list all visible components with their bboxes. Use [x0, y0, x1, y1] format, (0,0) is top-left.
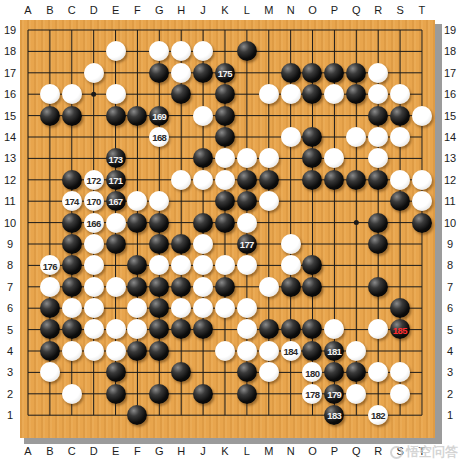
column-label-bottom: P — [331, 445, 338, 457]
black-stone — [346, 170, 366, 190]
intersection — [345, 297, 367, 318]
white-stone — [106, 277, 126, 297]
intersection — [148, 212, 170, 233]
intersection — [39, 126, 61, 147]
intersection: 182 — [367, 404, 389, 425]
move-number-label: 184 — [283, 347, 297, 357]
intersection — [39, 319, 61, 340]
white-stone — [215, 170, 235, 190]
intersection — [301, 404, 323, 425]
intersection — [258, 41, 280, 62]
column-label-bottom: A — [24, 445, 31, 457]
watermark: 悟空问答 — [390, 443, 458, 461]
column-label-top: N — [287, 4, 295, 16]
white-stone — [259, 341, 279, 361]
intersection — [170, 340, 192, 361]
intersection — [280, 62, 302, 83]
intersection — [105, 255, 127, 276]
intersection — [61, 83, 83, 104]
white-stone: 170 — [84, 191, 104, 211]
intersection — [83, 62, 105, 83]
intersection — [389, 362, 411, 383]
intersection — [258, 404, 280, 425]
move-number-label: 169 — [152, 111, 166, 121]
intersection — [83, 276, 105, 297]
intersection — [61, 126, 83, 147]
intersection — [301, 190, 323, 211]
intersection — [280, 83, 302, 104]
move-number-label: 177 — [240, 240, 254, 250]
white-stone — [193, 255, 213, 275]
move-number-label: 182 — [371, 411, 385, 421]
intersection — [236, 148, 258, 169]
intersection — [126, 148, 148, 169]
white-stone — [193, 234, 213, 254]
intersection — [411, 62, 433, 83]
white-stone — [237, 148, 257, 168]
intersection — [389, 340, 411, 361]
intersection — [367, 340, 389, 361]
intersection — [258, 319, 280, 340]
white-stone — [324, 84, 344, 104]
row-label-right: 19 — [444, 24, 456, 36]
black-stone — [40, 319, 60, 339]
intersection — [61, 340, 83, 361]
intersection — [148, 169, 170, 190]
white-stone — [40, 277, 60, 297]
intersection — [389, 126, 411, 147]
column-label-bottom: E — [112, 445, 119, 457]
intersection — [126, 362, 148, 383]
black-stone — [237, 41, 257, 61]
black-stone — [346, 362, 366, 382]
intersection — [17, 362, 39, 383]
intersection — [192, 255, 214, 276]
white-stone — [368, 63, 388, 83]
intersection — [148, 255, 170, 276]
board-bottom-shadow — [24, 438, 442, 444]
intersection — [192, 19, 214, 40]
black-stone — [237, 384, 257, 404]
intersection — [323, 126, 345, 147]
column-label-top: P — [331, 4, 338, 16]
intersection — [301, 255, 323, 276]
go-board: 1751691681731721711741701671661771761851… — [20, 20, 435, 438]
intersection — [214, 148, 236, 169]
intersection — [126, 404, 148, 425]
intersection — [345, 83, 367, 104]
intersection — [39, 83, 61, 104]
intersection — [367, 190, 389, 211]
intersection: 170 — [83, 190, 105, 211]
row-label-right: 14 — [444, 131, 456, 143]
black-stone — [302, 170, 322, 190]
intersection: 166 — [83, 212, 105, 233]
intersection — [192, 362, 214, 383]
column-label-top: O — [308, 4, 317, 16]
intersection — [236, 62, 258, 83]
intersection — [345, 41, 367, 62]
intersection — [389, 62, 411, 83]
intersection — [301, 83, 323, 104]
intersection — [236, 319, 258, 340]
row-label-left: 17 — [4, 67, 16, 79]
white-stone — [368, 362, 388, 382]
black-stone — [215, 191, 235, 211]
black-stone — [127, 405, 147, 425]
intersection — [301, 340, 323, 361]
intersection — [367, 319, 389, 340]
intersection — [411, 19, 433, 40]
intersection — [170, 233, 192, 254]
intersection — [301, 319, 323, 340]
row-label-right: 15 — [444, 110, 456, 122]
white-stone — [324, 319, 344, 339]
intersection — [323, 169, 345, 190]
white-stone — [390, 127, 410, 147]
intersection — [17, 383, 39, 404]
white-stone — [259, 277, 279, 297]
move-number-label: 180 — [305, 368, 319, 378]
black-stone — [215, 106, 235, 126]
intersection — [367, 169, 389, 190]
row-label-left: 14 — [4, 131, 16, 143]
intersection — [105, 319, 127, 340]
white-stone — [215, 298, 235, 318]
white-stone — [40, 362, 60, 382]
intersection — [148, 41, 170, 62]
intersection — [61, 319, 83, 340]
intersection — [17, 340, 39, 361]
black-stone — [346, 63, 366, 83]
black-stone — [368, 213, 388, 233]
intersection — [411, 383, 433, 404]
column-label-bottom: O — [308, 445, 317, 457]
black-stone — [171, 84, 191, 104]
intersection — [170, 19, 192, 40]
intersection — [126, 41, 148, 62]
black-stone — [302, 277, 322, 297]
white-stone — [215, 148, 235, 168]
row-label-right: 1 — [447, 409, 453, 421]
intersection — [345, 276, 367, 297]
row-label-left: 13 — [4, 152, 16, 164]
intersection — [389, 255, 411, 276]
row-label-right: 7 — [447, 281, 453, 293]
black-stone: 175 — [215, 63, 235, 83]
intersection — [367, 126, 389, 147]
white-stone — [171, 298, 191, 318]
intersection — [258, 148, 280, 169]
white-stone — [259, 84, 279, 104]
intersection — [39, 212, 61, 233]
black-stone — [149, 213, 169, 233]
intersection — [280, 212, 302, 233]
white-stone — [346, 341, 366, 361]
black-stone — [149, 341, 169, 361]
white-stone — [84, 277, 104, 297]
white-stone — [368, 319, 388, 339]
black-stone — [237, 191, 257, 211]
intersection — [280, 41, 302, 62]
column-label-top: R — [374, 4, 382, 16]
intersection — [105, 340, 127, 361]
column-label-bottom: J — [200, 445, 206, 457]
row-label-left: 6 — [7, 302, 13, 314]
black-stone — [237, 170, 257, 190]
intersection — [17, 83, 39, 104]
black-stone — [127, 277, 147, 297]
move-number-label: 175 — [218, 69, 232, 79]
black-stone — [259, 319, 279, 339]
white-stone — [106, 319, 126, 339]
row-label-right: 12 — [444, 174, 456, 186]
intersection — [389, 212, 411, 233]
intersection — [61, 404, 83, 425]
intersection — [258, 233, 280, 254]
intersection — [389, 297, 411, 318]
move-number-label: 170 — [87, 197, 101, 207]
white-stone: 168 — [149, 127, 169, 147]
intersection — [280, 319, 302, 340]
intersection — [258, 383, 280, 404]
intersection — [389, 190, 411, 211]
black-stone: 183 — [324, 405, 344, 425]
intersection — [126, 233, 148, 254]
column-label-bottom: R — [374, 445, 382, 457]
row-label-left: 5 — [7, 324, 13, 336]
row-label-left: 7 — [7, 281, 13, 293]
black-stone: 181 — [324, 341, 344, 361]
intersection — [323, 62, 345, 83]
intersection — [323, 362, 345, 383]
white-stone: 174 — [62, 191, 82, 211]
white-stone — [281, 84, 301, 104]
intersection: 171 — [105, 169, 127, 190]
black-stone — [62, 106, 82, 126]
intersection — [83, 319, 105, 340]
intersection — [389, 169, 411, 190]
intersection — [236, 212, 258, 233]
watermark-text: 悟空问答 — [406, 443, 458, 461]
white-stone: 184 — [281, 341, 301, 361]
black-stone — [171, 277, 191, 297]
intersection: 181 — [323, 340, 345, 361]
black-stone — [62, 255, 82, 275]
intersection — [83, 297, 105, 318]
white-stone — [193, 277, 213, 297]
intersection — [17, 190, 39, 211]
intersection: 167 — [105, 190, 127, 211]
black-stone — [368, 234, 388, 254]
intersection — [214, 255, 236, 276]
intersection: 168 — [148, 126, 170, 147]
move-number-label: 185 — [393, 325, 407, 335]
intersection — [258, 105, 280, 126]
intersection — [367, 297, 389, 318]
intersection — [148, 148, 170, 169]
column-label-top: A — [24, 4, 31, 16]
black-stone — [215, 84, 235, 104]
intersection — [61, 148, 83, 169]
black-stone — [215, 213, 235, 233]
white-stone — [259, 362, 279, 382]
intersection — [170, 148, 192, 169]
intersection — [411, 126, 433, 147]
white-stone — [84, 319, 104, 339]
intersection — [214, 126, 236, 147]
black-stone — [149, 298, 169, 318]
intersection — [280, 19, 302, 40]
intersection — [105, 105, 127, 126]
watermark-logo-icon — [390, 446, 403, 459]
black-stone — [149, 277, 169, 297]
intersection — [61, 276, 83, 297]
intersection — [367, 276, 389, 297]
column-label-top: L — [244, 4, 250, 16]
black-stone — [149, 319, 169, 339]
intersection — [83, 83, 105, 104]
intersection — [411, 212, 433, 233]
white-stone — [62, 341, 82, 361]
white-stone — [84, 341, 104, 361]
intersection — [148, 404, 170, 425]
white-stone — [106, 84, 126, 104]
intersection — [192, 404, 214, 425]
intersection — [170, 105, 192, 126]
intersection — [345, 383, 367, 404]
intersection — [411, 83, 433, 104]
white-stone — [368, 127, 388, 147]
white-stone — [106, 213, 126, 233]
row-label-left: 4 — [7, 345, 13, 357]
intersection — [345, 255, 367, 276]
black-stone — [40, 298, 60, 318]
intersection — [39, 105, 61, 126]
move-number-label: 181 — [327, 347, 341, 357]
white-stone — [171, 63, 191, 83]
black-stone — [127, 106, 147, 126]
intersection — [345, 212, 367, 233]
white-stone — [62, 384, 82, 404]
intersection — [280, 233, 302, 254]
white-stone — [346, 127, 366, 147]
black-stone — [302, 63, 322, 83]
intersection — [258, 19, 280, 40]
intersection: 176 — [39, 255, 61, 276]
intersection — [214, 105, 236, 126]
row-label-left: 9 — [7, 238, 13, 250]
go-diagram: 1751691681731721711741701671661771761851… — [0, 0, 459, 463]
move-number-label: 183 — [327, 411, 341, 421]
black-stone — [62, 319, 82, 339]
intersection — [236, 41, 258, 62]
row-label-right: 3 — [447, 366, 453, 378]
intersection — [280, 105, 302, 126]
intersection — [236, 83, 258, 104]
intersection — [170, 297, 192, 318]
column-label-top: T — [419, 4, 426, 16]
intersection — [258, 276, 280, 297]
intersection — [323, 83, 345, 104]
column-label-top: F — [134, 4, 141, 16]
black-stone — [62, 234, 82, 254]
intersection — [148, 319, 170, 340]
intersection — [367, 19, 389, 40]
intersection — [170, 83, 192, 104]
intersection — [258, 126, 280, 147]
white-stone — [171, 170, 191, 190]
intersection — [236, 255, 258, 276]
black-stone — [302, 341, 322, 361]
intersection: 178 — [301, 383, 323, 404]
black-stone — [281, 277, 301, 297]
intersection — [345, 169, 367, 190]
intersection — [148, 340, 170, 361]
intersection — [367, 62, 389, 83]
white-stone: 180 — [302, 362, 322, 382]
intersection — [39, 297, 61, 318]
intersection — [105, 41, 127, 62]
black-stone — [127, 255, 147, 275]
intersection — [39, 276, 61, 297]
intersection — [126, 19, 148, 40]
intersection — [280, 383, 302, 404]
intersection — [236, 297, 258, 318]
intersection — [345, 126, 367, 147]
white-stone — [281, 127, 301, 147]
intersection — [126, 169, 148, 190]
intersection — [39, 190, 61, 211]
black-stone — [106, 384, 126, 404]
intersection — [39, 233, 61, 254]
intersection — [170, 212, 192, 233]
intersection — [345, 404, 367, 425]
intersection — [411, 169, 433, 190]
column-label-bottom: M — [264, 445, 273, 457]
black-stone — [40, 341, 60, 361]
row-label-right: 11 — [444, 195, 455, 207]
black-stone — [62, 277, 82, 297]
black-stone — [62, 213, 82, 233]
black-stone — [259, 170, 279, 190]
intersection — [258, 255, 280, 276]
intersection — [301, 276, 323, 297]
intersection — [170, 126, 192, 147]
column-label-top: J — [200, 4, 206, 16]
white-stone — [368, 148, 388, 168]
intersection — [61, 233, 83, 254]
intersection — [280, 362, 302, 383]
intersection — [17, 404, 39, 425]
intersection — [389, 233, 411, 254]
intersection — [126, 319, 148, 340]
intersection — [323, 233, 345, 254]
row-label-right: 10 — [444, 217, 456, 229]
intersection: 172 — [83, 169, 105, 190]
intersection: 175 — [214, 62, 236, 83]
black-stone — [368, 277, 388, 297]
intersection — [214, 340, 236, 361]
white-stone — [193, 106, 213, 126]
black-stone — [302, 319, 322, 339]
intersection — [389, 83, 411, 104]
intersection: 173 — [105, 148, 127, 169]
row-label-right: 6 — [447, 302, 453, 314]
column-label-bottom: H — [177, 445, 185, 457]
intersection — [83, 233, 105, 254]
column-label-top: D — [90, 4, 98, 16]
